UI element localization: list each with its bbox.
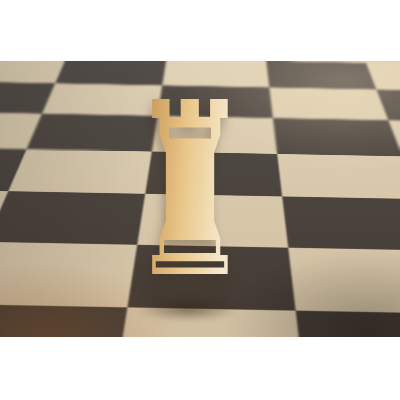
letterbox-top <box>0 0 400 61</box>
board-square[interactable] <box>0 191 145 245</box>
board-square[interactable] <box>0 304 127 337</box>
board-square[interactable] <box>266 61 376 89</box>
chessboard-photo: ♜ <box>0 61 400 337</box>
board-square[interactable] <box>288 248 400 314</box>
letterbox-bottom <box>0 337 400 400</box>
board-square[interactable] <box>269 87 388 120</box>
board-square[interactable] <box>277 154 400 199</box>
board-square[interactable] <box>0 242 137 308</box>
white-rook-piece[interactable]: ♜ <box>130 71 250 311</box>
board-square[interactable] <box>296 311 400 337</box>
board-square[interactable] <box>273 118 400 156</box>
board-square[interactable] <box>282 196 400 250</box>
photo-frame: ♜ <box>0 0 400 400</box>
